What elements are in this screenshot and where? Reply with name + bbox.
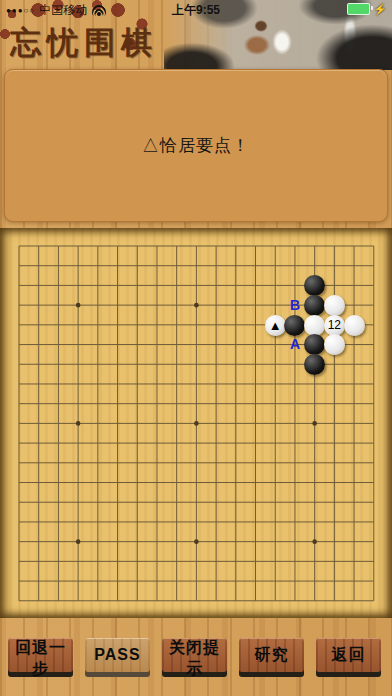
hint-dialog: △恰居要点！ [4, 69, 388, 222]
move-number-label: 12 [328, 315, 341, 336]
charging-bolt-icon: ⚡ [373, 4, 387, 14]
app-title: 忘忧围棋 [10, 22, 158, 64]
status-left: ●●●○○ 中国移动 [6, 2, 106, 19]
white-stone [344, 315, 365, 336]
goban[interactable]: ▲12BA [0, 228, 392, 618]
white-stone: ▲ [265, 315, 286, 336]
white-stone: 12 [324, 315, 345, 336]
hint-message: △恰居要点！ [142, 134, 250, 157]
choice-label-B[interactable]: B [284, 295, 305, 316]
wifi-arc [97, 12, 101, 16]
white-stone [304, 315, 325, 336]
clock-label: 上午9:55 [172, 2, 220, 19]
black-stone [304, 295, 325, 316]
white-stone [324, 295, 345, 316]
status-right: ⚡ [347, 3, 387, 15]
signal-strength-icon: ●●●○○ [6, 6, 35, 15]
undo-button[interactable]: 回退一步 [8, 638, 73, 672]
status-bar: ●●●○○ 中国移动 上午9:55 ⚡ [0, 0, 392, 20]
carrier-label: 中国移动 [39, 2, 87, 19]
wifi-icon [91, 5, 106, 16]
board-area: ▲12BA [0, 228, 392, 618]
back-button[interactable]: 返回 [316, 638, 381, 672]
app-screen: 忘忧围棋 ●●●○○ 中国移动 上午9:55 ⚡ △恰居要点！ ▲12BA 回退… [0, 0, 392, 696]
black-stone [284, 315, 305, 336]
pass-button[interactable]: PASS [85, 638, 150, 672]
choice-label-A[interactable]: A [284, 334, 305, 355]
close-hint-button[interactable]: 关闭提示 [162, 638, 227, 672]
study-button[interactable]: 研究 [239, 638, 304, 672]
battery-icon [347, 3, 370, 15]
triangle-marker: ▲ [269, 315, 282, 336]
